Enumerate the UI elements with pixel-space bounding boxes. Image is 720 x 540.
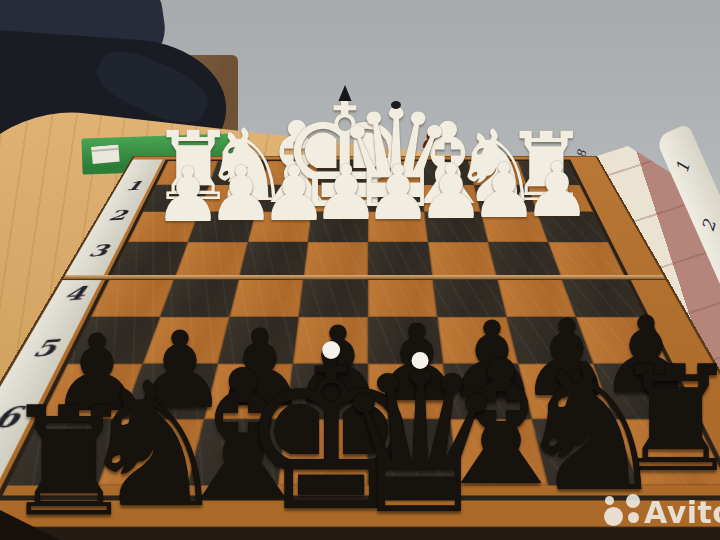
second-board-label: 1 bbox=[672, 159, 694, 175]
avito-logo-icon bbox=[604, 494, 644, 530]
chessboard: 123456 bbox=[0, 157, 720, 540]
box-label bbox=[91, 145, 119, 164]
rank-label-3: 3 bbox=[78, 240, 119, 261]
small-background-piece: ♟ bbox=[314, 136, 330, 154]
listing-photo: ♟ ♟ ♟ 1 2 3 8 123456 ♜♞♝♚♛♝♞♜♟♟♟♟♟♟♟♟♟♟♟… bbox=[0, 0, 720, 540]
watermark-text: Avito bbox=[644, 495, 720, 530]
board-hinge bbox=[63, 275, 665, 279]
avito-watermark: Avito bbox=[604, 494, 720, 530]
rank-label-1: 1 bbox=[117, 178, 151, 194]
rank-label-2: 2 bbox=[99, 206, 136, 224]
small-red-background-piece: ♟ bbox=[419, 126, 442, 152]
second-board-label: 2 bbox=[698, 218, 720, 234]
small-background-piece: ♟ bbox=[360, 134, 377, 153]
